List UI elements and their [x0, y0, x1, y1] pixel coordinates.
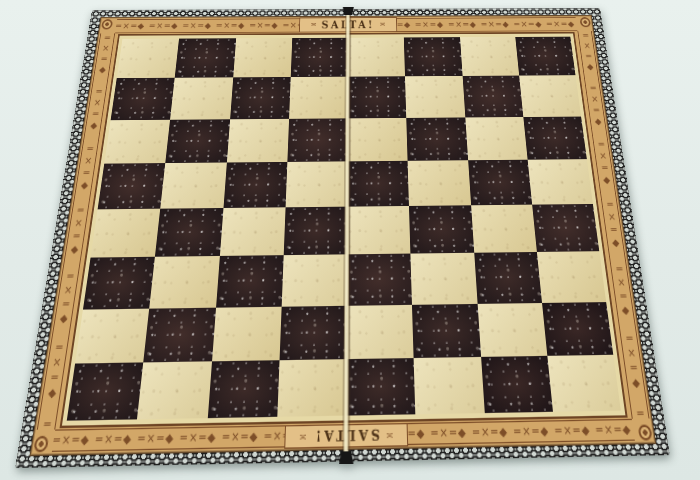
board-square [98, 163, 166, 210]
board-square [408, 160, 471, 206]
board-square [117, 39, 180, 79]
corner-rosette-bottom-left [33, 436, 49, 453]
board-square [289, 77, 348, 119]
board-square [230, 77, 291, 119]
board-square [532, 204, 599, 252]
board-square [405, 76, 465, 117]
board-square [346, 358, 415, 416]
board-square [207, 360, 279, 418]
board-square [406, 117, 467, 161]
board-square [348, 37, 405, 76]
cartouche-ornament-left: ≍ [311, 21, 317, 28]
cartouche-ornament-right: ≍ [379, 21, 385, 28]
board-square [468, 159, 532, 205]
corner-rosette-top-left [101, 19, 113, 29]
hinge-tab-bottom [339, 451, 353, 464]
board-square [411, 253, 477, 304]
board-square [285, 161, 347, 207]
board-square [111, 78, 175, 120]
board-square [149, 256, 219, 308]
board-shadow: ═×═◆ ═×═◆ ═×═◆ ═×═◆ ═×═◆ ═×═◆ ═×═◆ ═×═◆ … [0, 0, 700, 480]
board-square [291, 38, 349, 77]
board-square [233, 38, 292, 78]
board-square [465, 117, 527, 160]
board-square [144, 307, 216, 362]
board-square [104, 119, 170, 163]
board-square [348, 76, 407, 117]
board-square [137, 361, 211, 419]
board-square [223, 162, 287, 208]
board-square [281, 255, 347, 307]
board-square [542, 302, 613, 356]
board-square [279, 305, 347, 360]
board-square [481, 356, 553, 413]
board-square [216, 255, 284, 307]
board-square [347, 206, 410, 255]
board-square [175, 38, 236, 78]
board-square [462, 76, 523, 117]
board-square [347, 304, 414, 359]
board-square [75, 308, 149, 363]
board-square [226, 118, 288, 162]
board-square [519, 75, 581, 116]
board-square [471, 205, 537, 253]
board-square [160, 162, 226, 208]
hinge-tab-top [343, 7, 354, 15]
board-square [527, 159, 593, 205]
board-square [83, 257, 155, 309]
board-square [537, 251, 606, 302]
board-square [404, 37, 462, 76]
board-square [283, 207, 347, 256]
photo-background: ═×═◆ ═×═◆ ═×═◆ ═×═◆ ═×═◆ ═×═◆ ═×═◆ ═×═◆ … [0, 0, 700, 480]
board-square [170, 78, 232, 120]
board-square [347, 254, 412, 305]
board-square [409, 205, 474, 254]
corner-rosette-top-right [579, 17, 591, 27]
cartouche-ornament-left: ≍ [386, 429, 394, 440]
board-square [91, 209, 161, 258]
board-square [547, 355, 621, 412]
board-square [212, 306, 282, 361]
board-square [523, 116, 587, 159]
board-square [414, 357, 484, 415]
board-square [166, 119, 230, 163]
board-square [287, 118, 348, 162]
board-square [67, 362, 144, 421]
corner-rosette-bottom-right [638, 425, 653, 441]
board-square [277, 359, 347, 417]
board-square [155, 208, 223, 257]
board-square [477, 302, 547, 356]
board-square [460, 37, 519, 76]
board-square [474, 252, 542, 303]
board-square [347, 161, 409, 207]
board-square [515, 37, 575, 76]
cartouche-ornament-right: ≍ [299, 431, 307, 442]
board-square [412, 303, 480, 357]
board-square [219, 207, 285, 256]
board-square [348, 117, 408, 161]
folding-game-board: ═×═◆ ═×═◆ ═×═◆ ═×═◆ ═×═◆ ═×═◆ ═×═◆ ═×═◆ … [15, 8, 670, 468]
